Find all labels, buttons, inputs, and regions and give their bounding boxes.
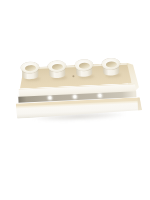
lego-brick (14, 53, 143, 125)
stud-hollow (24, 64, 35, 70)
stud-1 (21, 62, 40, 81)
stud-hollow (78, 62, 89, 68)
stud-2 (48, 61, 67, 80)
groove-rib (73, 95, 76, 98)
groove-rib (48, 96, 51, 99)
stud-hollow (51, 63, 62, 69)
surface-speck (72, 75, 74, 77)
stud-3 (75, 59, 94, 78)
stud-4 (102, 58, 121, 77)
groove-rib (98, 94, 101, 97)
product-photo (0, 0, 150, 200)
stud-hollow (105, 61, 116, 67)
